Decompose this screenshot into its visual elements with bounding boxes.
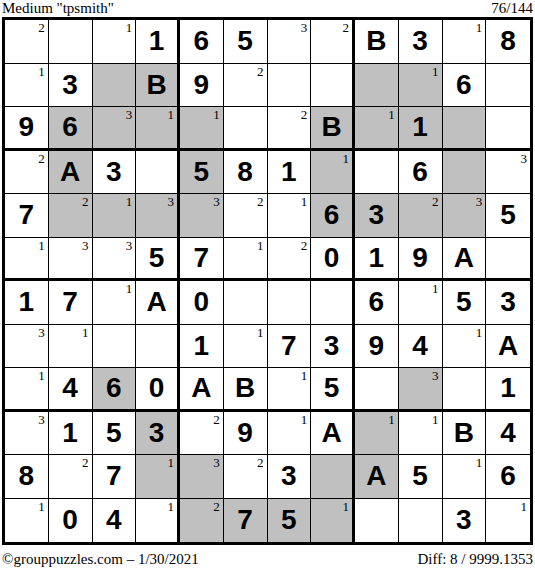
cell-r7c9: 6 bbox=[355, 281, 399, 325]
cell-r9c11[interactable] bbox=[443, 368, 487, 412]
cell-value: 4 bbox=[49, 368, 92, 409]
cell-r5c7[interactable]: 1 bbox=[268, 194, 312, 238]
cell-r4c8[interactable]: 1 bbox=[311, 151, 355, 195]
cell-value: 3 bbox=[136, 412, 177, 455]
cell-r10c10[interactable]: 1 bbox=[399, 412, 443, 456]
cell-r4c4[interactable] bbox=[136, 151, 180, 195]
cell-r3c1: 9 bbox=[5, 107, 49, 151]
cell-value: 6 bbox=[311, 194, 352, 237]
cell-value: 9 bbox=[5, 107, 48, 148]
cell-r2c10[interactable]: 1 bbox=[399, 64, 443, 108]
cell-value: A bbox=[355, 455, 398, 498]
cell-r11c5[interactable]: 3 bbox=[180, 455, 224, 499]
pencil-mark: 1 bbox=[126, 281, 133, 296]
cell-r7c12: 3 bbox=[486, 281, 530, 325]
cell-r2c5: 9 bbox=[180, 64, 224, 108]
cell-r9c5: A bbox=[180, 368, 224, 412]
cell-value: 4 bbox=[93, 499, 136, 543]
cell-value: 3 bbox=[443, 499, 486, 543]
cell-r1c1[interactable]: 2 bbox=[5, 20, 49, 64]
cell-r7c8[interactable] bbox=[311, 281, 355, 325]
cell-value: 5 bbox=[399, 455, 442, 498]
cell-r3c4[interactable]: 1 bbox=[136, 107, 180, 151]
cell-r10c4: 3 bbox=[136, 412, 180, 456]
cell-value: 9 bbox=[399, 238, 442, 279]
cell-value: A bbox=[486, 325, 530, 368]
pencil-mark: 1 bbox=[38, 64, 45, 79]
cell-r1c8[interactable]: 2 bbox=[311, 20, 355, 64]
cell-r4c2: A bbox=[49, 151, 93, 195]
puzzle-page: Medium "tpsmith" 76/144 2116532B31813B92… bbox=[0, 0, 535, 568]
cell-r9c4: 0 bbox=[136, 368, 180, 412]
cell-r3c9[interactable]: 1 bbox=[355, 107, 399, 151]
cell-r6c11: A bbox=[443, 238, 487, 282]
cell-r8c9: 9 bbox=[355, 325, 399, 369]
cell-r5c4[interactable]: 3 bbox=[136, 194, 180, 238]
cell-r3c6[interactable] bbox=[224, 107, 268, 151]
cell-value: 3 bbox=[311, 325, 352, 368]
cell-r10c3: 5 bbox=[93, 412, 137, 456]
cell-r10c5[interactable]: 2 bbox=[180, 412, 224, 456]
cell-r5c2[interactable]: 2 bbox=[49, 194, 93, 238]
cell-r12c12[interactable]: 1 bbox=[486, 499, 530, 543]
cell-r12c8[interactable]: 1 bbox=[311, 499, 355, 543]
cell-r8c12: A bbox=[486, 325, 530, 369]
cell-value: 1 bbox=[180, 325, 223, 368]
cell-value: 3 bbox=[399, 20, 442, 63]
cell-r4c3: 3 bbox=[93, 151, 137, 195]
cell-r1c10: 3 bbox=[399, 20, 443, 64]
pencil-mark: 1 bbox=[476, 20, 483, 35]
cell-value: B bbox=[443, 412, 486, 455]
cell-value: 7 bbox=[268, 325, 311, 368]
cell-r10c1[interactable]: 3 bbox=[5, 412, 49, 456]
cell-value: 8 bbox=[5, 455, 48, 498]
cell-r11c10: 5 bbox=[399, 455, 443, 499]
pencil-mark: 2 bbox=[38, 20, 45, 35]
cell-r12c9[interactable] bbox=[355, 499, 399, 543]
cell-value: 9 bbox=[180, 64, 223, 107]
cell-r5c3[interactable]: 1 bbox=[93, 194, 137, 238]
pencil-mark: 2 bbox=[82, 455, 89, 470]
cell-r1c5: 6 bbox=[180, 20, 224, 64]
pencil-mark: 3 bbox=[432, 368, 439, 383]
cell-value: 0 bbox=[49, 499, 92, 543]
pencil-mark: 3 bbox=[126, 107, 133, 122]
cell-r10c12: 4 bbox=[486, 412, 530, 456]
cell-r7c10[interactable]: 1 bbox=[399, 281, 443, 325]
cell-r12c1[interactable]: 1 bbox=[5, 499, 49, 543]
cell-r9c1[interactable]: 1 bbox=[5, 368, 49, 412]
cell-r6c12[interactable] bbox=[486, 238, 530, 282]
cell-r3c10: 1 bbox=[399, 107, 443, 151]
cell-r7c5: 0 bbox=[180, 281, 224, 325]
cell-r2c9[interactable] bbox=[355, 64, 399, 108]
cell-r12c10[interactable] bbox=[399, 499, 443, 543]
cell-r8c10: 4 bbox=[399, 325, 443, 369]
cell-r2c8[interactable] bbox=[311, 64, 355, 108]
cell-r4c12[interactable]: 3 bbox=[486, 151, 530, 195]
difficulty-text: Diff: 8 / 9999.1353 bbox=[417, 550, 533, 568]
cell-value: 7 bbox=[93, 455, 136, 498]
cell-value: B bbox=[355, 20, 398, 63]
pencil-mark: 1 bbox=[388, 107, 395, 122]
cell-r5c12: 5 bbox=[486, 194, 530, 238]
cell-value: 4 bbox=[399, 325, 442, 368]
pencil-mark: 2 bbox=[82, 194, 89, 209]
cell-value: 0 bbox=[136, 368, 177, 409]
cell-r2c3[interactable] bbox=[93, 64, 137, 108]
cell-r1c4: 1 bbox=[136, 20, 180, 64]
cell-r1c9: B bbox=[355, 20, 399, 64]
pencil-mark: 3 bbox=[476, 194, 483, 209]
cell-r8c2[interactable]: 1 bbox=[49, 325, 93, 369]
pencil-mark: 1 bbox=[168, 455, 175, 470]
cell-r8c6[interactable]: 1 bbox=[224, 325, 268, 369]
cell-r4c11[interactable] bbox=[443, 151, 487, 195]
cell-r10c2: 1 bbox=[49, 412, 93, 456]
cell-value: 8 bbox=[486, 20, 530, 63]
cell-r3c2: 6 bbox=[49, 107, 93, 151]
cell-value: 5 bbox=[443, 281, 486, 324]
cell-value: 8 bbox=[224, 151, 267, 194]
pencil-mark: 1 bbox=[521, 499, 528, 514]
cell-value: 9 bbox=[224, 412, 267, 455]
cell-r6c8: 0 bbox=[311, 238, 355, 282]
cell-value: 6 bbox=[49, 107, 92, 148]
cell-r10c6: 9 bbox=[224, 412, 268, 456]
cell-value: 3 bbox=[486, 281, 530, 324]
cell-r12c2: 0 bbox=[49, 499, 93, 543]
cell-r11c9: A bbox=[355, 455, 399, 499]
cell-r8c8: 3 bbox=[311, 325, 355, 369]
cell-r12c11: 3 bbox=[443, 499, 487, 543]
pencil-mark: 2 bbox=[301, 107, 308, 122]
cell-r1c7[interactable]: 3 bbox=[268, 20, 312, 64]
pencil-mark: 2 bbox=[301, 238, 308, 253]
cell-value: 6 bbox=[355, 281, 398, 324]
cell-value: 4 bbox=[486, 412, 530, 455]
pencil-mark: 1 bbox=[388, 412, 395, 427]
pencil-mark: 3 bbox=[126, 238, 133, 253]
cell-r6c6[interactable]: 1 bbox=[224, 238, 268, 282]
cell-value: 1 bbox=[49, 412, 92, 455]
cell-value: 6 bbox=[399, 151, 442, 194]
pencil-mark: 1 bbox=[301, 194, 308, 209]
cell-r2c12[interactable] bbox=[486, 64, 530, 108]
cell-value: 6 bbox=[486, 455, 530, 498]
pencil-mark: 2 bbox=[213, 412, 220, 427]
cell-r6c4: 5 bbox=[136, 238, 180, 282]
pencil-mark: 3 bbox=[168, 194, 175, 209]
cell-r8c5: 1 bbox=[180, 325, 224, 369]
cell-value: 5 bbox=[486, 194, 530, 237]
cell-r6c2[interactable]: 3 bbox=[49, 238, 93, 282]
cell-r2c2: 3 bbox=[49, 64, 93, 108]
pencil-mark: 2 bbox=[257, 455, 264, 470]
cell-value: B bbox=[224, 368, 267, 409]
cell-r9c7[interactable]: 1 bbox=[268, 368, 312, 412]
cell-value: 6 bbox=[93, 368, 136, 409]
pencil-mark: 1 bbox=[38, 499, 45, 514]
header: Medium "tpsmith" 76/144 bbox=[2, 0, 533, 16]
pencil-mark: 2 bbox=[257, 194, 264, 209]
cell-value: 3 bbox=[355, 194, 398, 237]
cell-r11c1: 8 bbox=[5, 455, 49, 499]
cell-value: B bbox=[136, 64, 177, 107]
pencil-mark: 1 bbox=[38, 368, 45, 383]
pencil-mark: 1 bbox=[432, 64, 439, 79]
pencil-mark: 3 bbox=[82, 238, 89, 253]
cell-value: 5 bbox=[93, 412, 136, 455]
cell-value: B bbox=[311, 107, 352, 148]
pencil-mark: 1 bbox=[126, 194, 133, 209]
cell-r10c11: B bbox=[443, 412, 487, 456]
cell-r4c9[interactable] bbox=[355, 151, 399, 195]
cell-value: 1 bbox=[399, 107, 442, 148]
cell-r9c9[interactable] bbox=[355, 368, 399, 412]
pencil-mark: 3 bbox=[301, 20, 308, 35]
cell-value: 7 bbox=[5, 194, 48, 237]
pencil-mark: 1 bbox=[432, 412, 439, 427]
cell-r1c6: 5 bbox=[224, 20, 268, 64]
cell-r8c3[interactable] bbox=[93, 325, 137, 369]
cell-r4c1[interactable]: 2 bbox=[5, 151, 49, 195]
cell-r12c4[interactable]: 1 bbox=[136, 499, 180, 543]
cell-r3c7[interactable]: 2 bbox=[268, 107, 312, 151]
board-grid: 2116532B31813B9216963112B112A35811637213… bbox=[2, 17, 533, 545]
cell-r9c8: 5 bbox=[311, 368, 355, 412]
pencil-mark: 2 bbox=[38, 151, 45, 166]
cell-value: 5 bbox=[268, 499, 311, 543]
cell-value: 1 bbox=[5, 281, 48, 324]
cell-r2c4: B bbox=[136, 64, 180, 108]
cell-r11c2[interactable]: 2 bbox=[49, 455, 93, 499]
cell-value: 6 bbox=[180, 20, 223, 63]
cell-r9c10[interactable]: 3 bbox=[399, 368, 443, 412]
pencil-mark: 1 bbox=[82, 325, 89, 340]
cell-r1c2[interactable] bbox=[49, 20, 93, 64]
cell-r8c4[interactable] bbox=[136, 325, 180, 369]
cell-r11c3: 7 bbox=[93, 455, 137, 499]
cell-r3c3[interactable]: 3 bbox=[93, 107, 137, 151]
cell-value: 7 bbox=[49, 281, 92, 324]
cell-r8c7: 7 bbox=[268, 325, 312, 369]
pencil-mark: 3 bbox=[521, 151, 528, 166]
cell-value: 6 bbox=[443, 64, 486, 107]
pencil-mark: 1 bbox=[301, 368, 308, 383]
pencil-mark: 3 bbox=[38, 412, 45, 427]
copyright-text: ©grouppuzzles.com – 1/30/2021 bbox=[2, 550, 199, 568]
pencil-mark: 1 bbox=[476, 325, 483, 340]
cell-r3c5[interactable]: 1 bbox=[180, 107, 224, 151]
cell-r4c5: 5 bbox=[180, 151, 224, 195]
pencil-mark: 2 bbox=[343, 20, 350, 35]
cell-value: A bbox=[49, 151, 92, 194]
cell-value: 5 bbox=[224, 20, 267, 63]
cell-r6c1[interactable]: 1 bbox=[5, 238, 49, 282]
pencil-mark: 3 bbox=[213, 455, 220, 470]
pencil-mark: 1 bbox=[432, 281, 439, 296]
cell-r7c4: A bbox=[136, 281, 180, 325]
cell-r5c5[interactable]: 3 bbox=[180, 194, 224, 238]
cell-r6c10: 9 bbox=[399, 238, 443, 282]
cell-r7c11: 5 bbox=[443, 281, 487, 325]
cell-value: 5 bbox=[311, 368, 352, 409]
puzzle-title: Medium "tpsmith" bbox=[2, 0, 114, 16]
cell-r2c7[interactable] bbox=[268, 64, 312, 108]
cell-value: 5 bbox=[180, 151, 223, 194]
cell-value: A bbox=[311, 412, 352, 455]
pencil-mark: 3 bbox=[38, 325, 45, 340]
cell-r3c8: B bbox=[311, 107, 355, 151]
cell-r10c7[interactable]: 1 bbox=[268, 412, 312, 456]
pencil-mark: 2 bbox=[432, 194, 439, 209]
cell-r5c8: 6 bbox=[311, 194, 355, 238]
cell-r11c8[interactable] bbox=[311, 455, 355, 499]
cell-r8c1[interactable]: 3 bbox=[5, 325, 49, 369]
cell-r9c2: 4 bbox=[49, 368, 93, 412]
cell-r7c3[interactable]: 1 bbox=[93, 281, 137, 325]
cell-r9c3: 6 bbox=[93, 368, 137, 412]
cell-r7c1: 1 bbox=[5, 281, 49, 325]
cell-r6c5: 7 bbox=[180, 238, 224, 282]
cell-r3c12[interactable] bbox=[486, 107, 530, 151]
pencil-mark: 1 bbox=[38, 238, 45, 253]
cell-r10c9[interactable]: 1 bbox=[355, 412, 399, 456]
pencil-mark: 1 bbox=[257, 325, 264, 340]
cell-r12c3: 4 bbox=[93, 499, 137, 543]
pencil-mark: 1 bbox=[301, 412, 308, 427]
cell-value: 0 bbox=[180, 281, 223, 324]
cell-value: 5 bbox=[136, 238, 177, 279]
pencil-mark: 1 bbox=[126, 20, 133, 35]
cell-r11c12: 6 bbox=[486, 455, 530, 499]
cell-r11c6[interactable]: 2 bbox=[224, 455, 268, 499]
cell-r4c6: 8 bbox=[224, 151, 268, 195]
pencil-mark: 3 bbox=[213, 194, 220, 209]
cell-r2c11: 6 bbox=[443, 64, 487, 108]
cell-value: 1 bbox=[355, 238, 398, 279]
cell-value: 7 bbox=[180, 238, 223, 279]
cell-value: A bbox=[443, 238, 486, 279]
cell-value: 9 bbox=[355, 325, 398, 368]
pencil-mark: 2 bbox=[213, 499, 220, 514]
cell-value: 1 bbox=[136, 20, 177, 63]
cell-r5c11[interactable]: 3 bbox=[443, 194, 487, 238]
cell-value: 1 bbox=[486, 368, 530, 409]
cell-r12c5[interactable]: 2 bbox=[180, 499, 224, 543]
footer: ©grouppuzzles.com – 1/30/2021 Diff: 8 / … bbox=[2, 548, 533, 568]
cell-value: A bbox=[180, 368, 223, 409]
cell-r1c12: 8 bbox=[486, 20, 530, 64]
cell-r9c6: B bbox=[224, 368, 268, 412]
cell-r7c2: 7 bbox=[49, 281, 93, 325]
pencil-mark: 1 bbox=[343, 499, 350, 514]
cell-r1c3[interactable]: 1 bbox=[93, 20, 137, 64]
pencil-mark: 1 bbox=[168, 107, 175, 122]
cell-r12c7: 5 bbox=[268, 499, 312, 543]
pencil-mark: 1 bbox=[476, 455, 483, 470]
cell-r11c4[interactable]: 1 bbox=[136, 455, 180, 499]
cell-value: A bbox=[136, 281, 177, 324]
cell-r5c9: 3 bbox=[355, 194, 399, 238]
cell-r8c11[interactable]: 1 bbox=[443, 325, 487, 369]
cell-r12c6: 7 bbox=[224, 499, 268, 543]
cell-r7c6[interactable] bbox=[224, 281, 268, 325]
pencil-mark: 1 bbox=[168, 499, 175, 514]
cell-r3c11[interactable] bbox=[443, 107, 487, 151]
cell-r6c9: 1 bbox=[355, 238, 399, 282]
cell-value: 3 bbox=[49, 64, 92, 107]
pencil-mark: 1 bbox=[257, 238, 264, 253]
pencil-mark: 2 bbox=[257, 64, 264, 79]
cell-value: 3 bbox=[268, 455, 311, 498]
cell-r11c7: 3 bbox=[268, 455, 312, 499]
cell-r11c11[interactable]: 1 bbox=[443, 455, 487, 499]
cell-r4c7: 1 bbox=[268, 151, 312, 195]
pencil-mark: 1 bbox=[213, 107, 220, 122]
cell-r6c7[interactable]: 2 bbox=[268, 238, 312, 282]
cell-value: 7 bbox=[224, 499, 267, 543]
cell-r1c11[interactable]: 1 bbox=[443, 20, 487, 64]
cell-r5c1: 7 bbox=[5, 194, 49, 238]
cell-r5c10[interactable]: 2 bbox=[399, 194, 443, 238]
cell-r6c3[interactable]: 3 bbox=[93, 238, 137, 282]
progress-counter: 76/144 bbox=[491, 0, 533, 16]
cell-r9c12: 1 bbox=[486, 368, 530, 412]
cell-r4c10: 6 bbox=[399, 151, 443, 195]
cell-value: 1 bbox=[268, 151, 311, 194]
cell-r2c6[interactable]: 2 bbox=[224, 64, 268, 108]
cell-r10c8: A bbox=[311, 412, 355, 456]
cell-r2c1[interactable]: 1 bbox=[5, 64, 49, 108]
cell-value: 3 bbox=[93, 151, 136, 194]
pencil-mark: 1 bbox=[343, 151, 350, 166]
cell-value: 0 bbox=[311, 238, 352, 279]
cell-r5c6[interactable]: 2 bbox=[224, 194, 268, 238]
cell-r7c7[interactable] bbox=[268, 281, 312, 325]
